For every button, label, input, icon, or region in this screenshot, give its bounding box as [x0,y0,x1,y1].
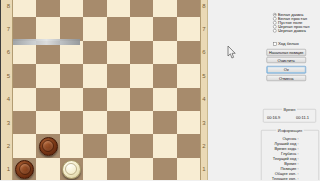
rank-label-6: 6 [1,41,12,64]
square-a4[interactable] [13,88,36,111]
square-c8[interactable] [60,0,83,17]
square-h8[interactable] [177,0,200,17]
square-b3[interactable] [36,111,59,134]
rank-label-3: 3 [1,111,12,134]
square-d8[interactable] [83,0,106,17]
square-d6[interactable] [83,41,106,64]
black-clock: 00:11.1 [295,115,308,120]
square-g1[interactable] [153,158,176,180]
time-group-title: Время [281,107,296,112]
white-to-move-checkbox-row[interactable]: Ход белых [273,42,299,46]
square-g7[interactable] [153,17,176,40]
square-e6[interactable] [107,41,130,64]
checker-dark-man[interactable] [39,137,58,156]
square-g2[interactable] [153,134,176,157]
rank-label-8: 8 [1,0,12,17]
square-a7[interactable] [13,17,36,40]
initial-position-button[interactable]: Начальная позиция [266,49,306,56]
rank-label-5: 5 [1,64,12,87]
square-c7[interactable] [60,17,83,40]
square-f7[interactable] [130,17,153,40]
square-h7[interactable] [177,17,200,40]
clear-button[interactable]: Очистить [266,57,306,63]
rank-strip-left: 87654321 [0,0,13,180]
rank-strip-right: 87654321 [200,0,208,180]
square-e5[interactable] [107,64,130,87]
info-row-8: Текущее кол. : [261,177,298,181]
square-c1[interactable] [60,158,83,180]
square-h6[interactable] [177,41,200,64]
square-a3[interactable] [13,111,36,134]
square-d4[interactable] [83,88,106,111]
rank-label-5: 5 [201,64,207,87]
square-f5[interactable] [130,64,153,87]
square-e1[interactable] [107,158,130,180]
square-c2[interactable] [60,134,83,157]
board-grid [13,0,200,180]
square-f2[interactable] [130,134,153,157]
info-group-title: Информация [276,128,303,133]
rank-label-7: 7 [1,17,12,40]
square-d3[interactable] [83,111,106,134]
rank-label-2: 2 [1,134,12,157]
info-rows: Оценка :Лучший ход :Время хода :Глубина … [261,137,298,181]
rank-label-6: 6 [201,41,207,64]
radio-option-4[interactable]: Черная дамка [273,29,309,33]
rank-label-7: 7 [201,17,207,40]
square-e3[interactable] [107,111,130,134]
cancel-button[interactable]: Отмена [266,75,306,81]
gray-overlay-bar [13,39,80,45]
radio-icon[interactable] [273,21,277,25]
square-c3[interactable] [60,111,83,134]
checker-white-man[interactable] [62,160,81,179]
square-h1[interactable] [177,158,200,180]
square-e7[interactable] [107,17,130,40]
radio-icon[interactable] [273,25,277,29]
square-f4[interactable] [130,88,153,111]
square-h5[interactable] [177,64,200,87]
square-b4[interactable] [36,88,59,111]
square-g3[interactable] [153,111,176,134]
rank-label-8: 8 [201,0,207,17]
white-to-move-label: Ход белых [278,42,299,46]
radio-icon[interactable] [273,17,277,21]
square-h2[interactable] [177,134,200,157]
radio-icon[interactable] [273,13,277,17]
square-b5[interactable] [36,64,59,87]
checker-dark-man[interactable] [15,160,34,179]
rank-label-1: 1 [1,158,12,180]
square-b8[interactable] [36,0,59,17]
square-e2[interactable] [107,134,130,157]
square-a8[interactable] [13,0,36,17]
square-h3[interactable] [177,111,200,134]
square-a5[interactable] [13,64,36,87]
square-g8[interactable] [153,0,176,17]
square-c4[interactable] [60,88,83,111]
square-g6[interactable] [153,41,176,64]
square-d5[interactable] [83,64,106,87]
square-g4[interactable] [153,88,176,111]
rank-label-3: 3 [201,111,207,134]
square-g5[interactable] [153,64,176,87]
time-group: Время 00:16.9 00:11.1 [263,109,316,123]
info-group: Информация Оценка :Лучший ход :Время ход… [261,130,319,180]
square-a1[interactable] [13,158,36,180]
radio-label: Черная дамка [278,29,306,33]
square-d2[interactable] [83,134,106,157]
square-e4[interactable] [107,88,130,111]
position-setup-panel: Белая дамкаБелая простаяПустое полеЧерна… [208,0,320,180]
square-h4[interactable] [177,88,200,111]
rank-label-1: 1 [201,158,207,180]
rank-label-2: 2 [201,134,207,157]
square-f6[interactable] [130,41,153,64]
checkbox-icon[interactable] [273,42,277,46]
square-f1[interactable] [130,158,153,180]
piece-type-radio-list: Белая дамкаБелая простаяПустое полеЧерна… [273,13,309,33]
radio-icon[interactable] [273,29,277,33]
square-b2[interactable] [36,134,59,157]
square-f3[interactable] [130,111,153,134]
square-c5[interactable] [60,64,83,87]
square-a2[interactable] [13,134,36,157]
square-f8[interactable] [130,0,153,17]
square-d1[interactable] [83,158,106,180]
square-d7[interactable] [83,17,106,40]
mouse-cursor-icon [227,46,236,59]
rank-label-4: 4 [201,88,207,111]
square-e8[interactable] [107,0,130,17]
square-b1[interactable] [36,158,59,180]
white-clock: 00:16.9 [267,115,280,120]
checkers-board: 87654321 87654321 [0,0,208,180]
square-b7[interactable] [36,17,59,40]
rank-label-4: 4 [1,88,12,111]
ok-button[interactable]: Ок [266,66,306,74]
